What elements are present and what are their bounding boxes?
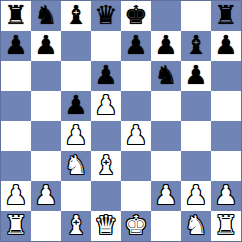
piece-white-pawn: ♟ xyxy=(64,121,87,150)
piece-black-pawn: ♟ xyxy=(4,31,27,60)
piece-black-king: ♚ xyxy=(124,1,147,30)
square-h7[interactable]: ♟ xyxy=(211,31,241,61)
square-f3[interactable] xyxy=(151,151,181,181)
square-a3[interactable] xyxy=(1,151,31,181)
square-e8[interactable]: ♚ xyxy=(121,1,151,31)
square-f5[interactable] xyxy=(151,91,181,121)
piece-white-knight: ♞ xyxy=(184,211,207,240)
square-b2[interactable]: ♟ xyxy=(31,181,61,211)
square-e1[interactable]: ♚ xyxy=(121,211,151,241)
square-h1[interactable]: ♜ xyxy=(211,211,241,241)
piece-white-pawn: ♟ xyxy=(4,181,27,210)
square-d6[interactable]: ♟ xyxy=(91,61,121,91)
square-c5[interactable]: ♟ xyxy=(61,91,91,121)
piece-white-pawn: ♟ xyxy=(154,181,177,210)
square-h5[interactable] xyxy=(211,91,241,121)
square-h6[interactable] xyxy=(211,61,241,91)
square-e5[interactable] xyxy=(121,91,151,121)
square-c7[interactable] xyxy=(61,31,91,61)
square-c4[interactable]: ♟ xyxy=(61,121,91,151)
chess-board: ♜♞♝♛♚♜♟♟♟♟♝♟♟♞♟♟♟♟♟♞♝♟♟♟♟♟♜♝♛♚♞♜ xyxy=(0,0,242,242)
square-b7[interactable]: ♟ xyxy=(31,31,61,61)
piece-white-pawn: ♟ xyxy=(214,181,237,210)
square-c8[interactable]: ♝ xyxy=(61,1,91,31)
piece-white-king: ♚ xyxy=(124,211,147,240)
piece-black-queen: ♛ xyxy=(94,1,117,30)
square-f4[interactable] xyxy=(151,121,181,151)
piece-black-pawn: ♟ xyxy=(94,61,117,90)
piece-white-bishop: ♝ xyxy=(64,211,87,240)
piece-white-queen: ♛ xyxy=(94,211,117,240)
square-g3[interactable] xyxy=(181,151,211,181)
piece-black-pawn: ♟ xyxy=(34,31,57,60)
square-b1[interactable] xyxy=(31,211,61,241)
piece-black-pawn: ♟ xyxy=(214,31,237,60)
square-g7[interactable]: ♝ xyxy=(181,31,211,61)
square-f2[interactable]: ♟ xyxy=(151,181,181,211)
piece-white-rook: ♜ xyxy=(4,211,27,240)
square-a1[interactable]: ♜ xyxy=(1,211,31,241)
square-a4[interactable] xyxy=(1,121,31,151)
piece-black-bishop: ♝ xyxy=(64,1,87,30)
square-f1[interactable] xyxy=(151,211,181,241)
square-b8[interactable]: ♞ xyxy=(31,1,61,31)
piece-white-pawn: ♟ xyxy=(34,181,57,210)
square-e7[interactable]: ♟ xyxy=(121,31,151,61)
piece-black-bishop: ♝ xyxy=(184,31,207,60)
piece-black-pawn: ♟ xyxy=(184,61,207,90)
piece-white-bishop: ♝ xyxy=(94,151,117,180)
piece-white-pawn: ♟ xyxy=(94,91,117,120)
square-c1[interactable]: ♝ xyxy=(61,211,91,241)
piece-black-rook: ♜ xyxy=(4,1,27,30)
square-d1[interactable]: ♛ xyxy=(91,211,121,241)
piece-black-knight: ♞ xyxy=(34,1,57,30)
square-a8[interactable]: ♜ xyxy=(1,1,31,31)
piece-white-rook: ♜ xyxy=(214,211,237,240)
square-g4[interactable] xyxy=(181,121,211,151)
piece-white-pawn: ♟ xyxy=(184,181,207,210)
square-b5[interactable] xyxy=(31,91,61,121)
square-e4[interactable]: ♟ xyxy=(121,121,151,151)
square-d4[interactable] xyxy=(91,121,121,151)
piece-white-knight: ♞ xyxy=(64,151,87,180)
square-h2[interactable]: ♟ xyxy=(211,181,241,211)
square-d5[interactable]: ♟ xyxy=(91,91,121,121)
square-d7[interactable] xyxy=(91,31,121,61)
square-h4[interactable] xyxy=(211,121,241,151)
square-b6[interactable] xyxy=(31,61,61,91)
square-b4[interactable] xyxy=(31,121,61,151)
square-c2[interactable] xyxy=(61,181,91,211)
square-a6[interactable] xyxy=(1,61,31,91)
square-h8[interactable]: ♜ xyxy=(211,1,241,31)
square-g8[interactable] xyxy=(181,1,211,31)
square-a2[interactable]: ♟ xyxy=(1,181,31,211)
piece-black-pawn: ♟ xyxy=(64,91,87,120)
square-a7[interactable]: ♟ xyxy=(1,31,31,61)
piece-black-knight: ♞ xyxy=(154,61,177,90)
square-e3[interactable] xyxy=(121,151,151,181)
piece-black-rook: ♜ xyxy=(214,1,237,30)
square-c6[interactable] xyxy=(61,61,91,91)
square-a5[interactable] xyxy=(1,91,31,121)
piece-black-pawn: ♟ xyxy=(124,31,147,60)
square-e2[interactable] xyxy=(121,181,151,211)
square-d2[interactable] xyxy=(91,181,121,211)
square-g1[interactable]: ♞ xyxy=(181,211,211,241)
square-f6[interactable]: ♞ xyxy=(151,61,181,91)
square-g6[interactable]: ♟ xyxy=(181,61,211,91)
square-e6[interactable] xyxy=(121,61,151,91)
piece-black-pawn: ♟ xyxy=(154,31,177,60)
square-g5[interactable] xyxy=(181,91,211,121)
piece-white-pawn: ♟ xyxy=(124,121,147,150)
square-f7[interactable]: ♟ xyxy=(151,31,181,61)
square-d8[interactable]: ♛ xyxy=(91,1,121,31)
square-d3[interactable]: ♝ xyxy=(91,151,121,181)
square-h3[interactable] xyxy=(211,151,241,181)
square-c3[interactable]: ♞ xyxy=(61,151,91,181)
square-f8[interactable] xyxy=(151,1,181,31)
square-g2[interactable]: ♟ xyxy=(181,181,211,211)
square-b3[interactable] xyxy=(31,151,61,181)
